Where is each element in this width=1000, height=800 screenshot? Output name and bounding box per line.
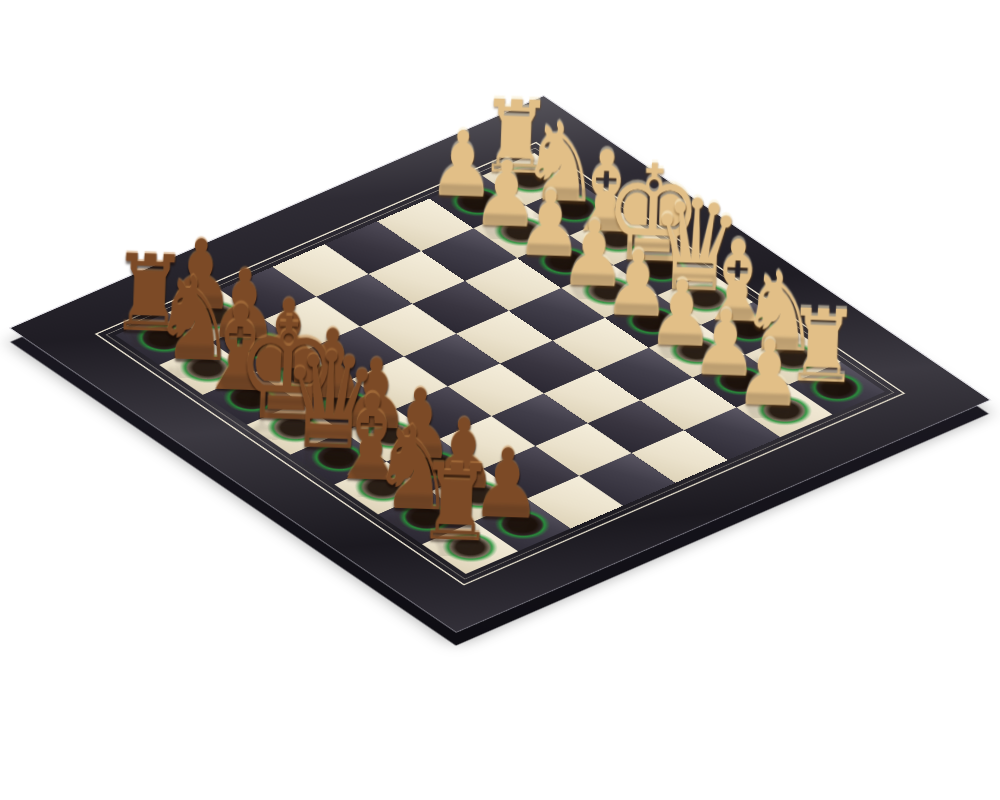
chess-set-photo: ♜♜♞♞♝♝♚♚♛♛♝♝♞♞♜♜♟♟♟♟♟♟♟♟♟♟♟♟♟♟♟♟♟♟♟♟♟♟♟♟… [0, 0, 1000, 800]
black-rook: ♜♜ [417, 473, 488, 557]
chess-board: ♜♜♞♞♝♝♚♚♛♛♝♝♞♞♜♜♟♟♟♟♟♟♟♟♟♟♟♟♟♟♟♟♟♟♟♟♟♟♟♟… [11, 96, 989, 632]
piece-reflection: ♜ [413, 508, 489, 616]
board-surface: ♜♜♞♞♝♝♚♚♛♛♝♝♞♞♜♜♟♟♟♟♟♟♟♟♟♟♟♟♟♟♟♟♟♟♟♟♟♟♟♟… [11, 96, 989, 632]
board-grid: ♜♜♞♞♝♝♚♚♛♛♝♝♞♞♜♜♟♟♟♟♟♟♟♟♟♟♟♟♟♟♟♟♟♟♟♟♟♟♟♟… [115, 153, 885, 574]
white-pawn: ♟♟ [733, 343, 804, 420]
